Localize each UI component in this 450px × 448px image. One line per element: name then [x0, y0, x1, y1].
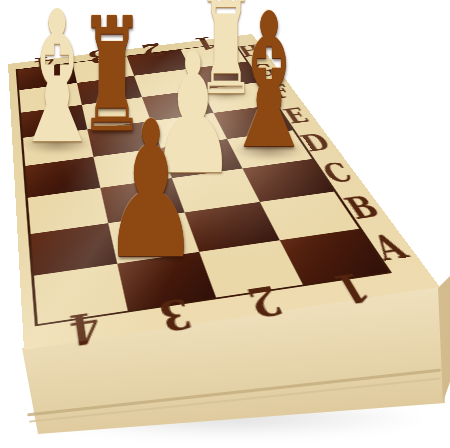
board-top-face: 44332211HGFEDCBA [8, 34, 440, 350]
chess-box-photo: 44332211HGFEDCBA ♜♜♝♝♟♟ [0, 0, 450, 448]
